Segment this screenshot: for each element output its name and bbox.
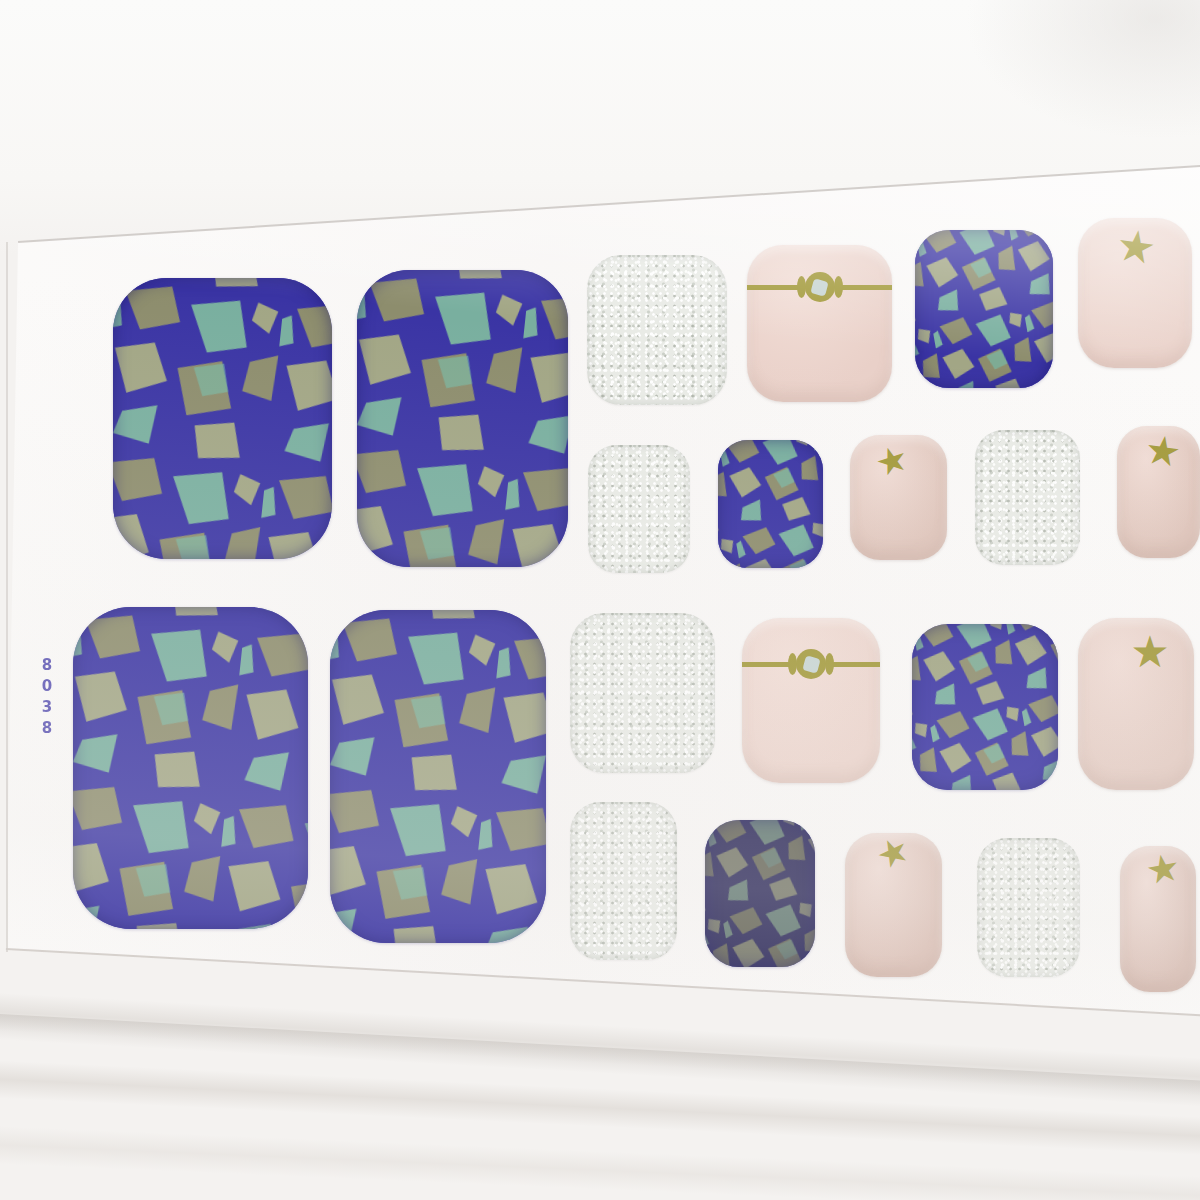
- nail-sticker-pink-star: ★: [1117, 426, 1200, 558]
- gold-chain-ornament: [742, 649, 880, 679]
- nail-sticker-glitter: [570, 802, 677, 960]
- nail-sticker-terrazzo: [915, 230, 1053, 388]
- terrazzo-pattern: [113, 278, 332, 559]
- sheet-left-edge: [6, 242, 8, 952]
- terrazzo-pattern: [915, 230, 1053, 388]
- nail-sticker-pink-chain: [742, 618, 880, 783]
- gem-icon: [802, 655, 820, 673]
- chain-bar: [835, 285, 893, 290]
- gold-star-icon: ★: [1130, 630, 1169, 674]
- gold-star-icon: ★: [870, 833, 914, 876]
- gold-chain-ornament: [747, 272, 892, 302]
- gold-star-icon: ★: [1142, 429, 1183, 474]
- fabric-corner-shadow: [900, 0, 1200, 190]
- gold-star-icon: ★: [871, 439, 913, 483]
- item-code-label: 8038: [38, 656, 56, 740]
- terrazzo-pattern: [73, 607, 308, 929]
- chain-bar: [747, 285, 805, 290]
- nail-sticker-terrazzo: [705, 820, 815, 967]
- gem-icon: [810, 278, 828, 296]
- gold-star-icon: ★: [1114, 222, 1159, 271]
- nail-sticker-terrazzo: [330, 610, 546, 943]
- nail-sticker-terrazzo: [912, 624, 1058, 790]
- nail-sticker-glitter: [977, 838, 1080, 977]
- terrazzo-pattern: [330, 610, 546, 943]
- nail-sticker-glitter: [570, 613, 715, 773]
- nail-sticker-pink-star: ★: [845, 833, 942, 977]
- nail-sticker-glitter: [588, 445, 690, 573]
- chain-bar: [826, 662, 880, 667]
- nail-sticker-glitter: [587, 255, 727, 405]
- nail-sticker-glitter: [975, 430, 1080, 565]
- gold-star-icon: ★: [1143, 848, 1183, 891]
- nail-sticker-pink-star: ★: [1078, 618, 1194, 790]
- nail-sticker-pink-star: ★: [1078, 218, 1192, 368]
- nail-sticker-terrazzo: [718, 440, 823, 568]
- nail-sticker-terrazzo: [357, 270, 568, 567]
- gem-medallion-icon: [805, 272, 835, 302]
- nail-sticker-terrazzo: [73, 607, 308, 929]
- terrazzo-pattern: [705, 820, 815, 967]
- nail-sticker-pink-star: ★: [850, 435, 947, 560]
- terrazzo-pattern: [357, 270, 568, 567]
- nail-sticker-pink-star: ★: [1120, 846, 1196, 992]
- nail-sticker-pink-chain: [747, 245, 892, 402]
- nail-sticker-terrazzo: [113, 278, 332, 559]
- gem-medallion-icon: [796, 649, 826, 679]
- photo-canvas: { "scene": { "subject": "Sheet of pedicu…: [0, 0, 1200, 1200]
- terrazzo-pattern: [718, 440, 823, 568]
- terrazzo-pattern: [912, 624, 1058, 790]
